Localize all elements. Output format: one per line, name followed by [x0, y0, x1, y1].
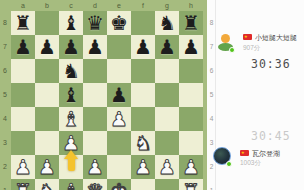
piece-white-pawn[interactable]: ♟ [107, 107, 131, 131]
square-h1[interactable]: ♜ [179, 179, 203, 190]
arrow-head-icon [64, 150, 78, 159]
file-label-d: d [83, 0, 107, 11]
square-a4[interactable] [11, 107, 35, 131]
square-c6[interactable]: ♞ [59, 59, 83, 83]
square-a2[interactable]: ♟ [11, 155, 35, 179]
online-status-dot [226, 161, 233, 168]
rank-label-left-3: 3 [0, 131, 10, 155]
white-player-rating: 1003分 [240, 159, 261, 166]
piece-white-rook[interactable]: ♜ [179, 179, 203, 190]
black-player-name: 小短腿大短腿 [255, 34, 297, 42]
black-avatar[interactable] [216, 33, 235, 53]
china-flag-icon: ★ [240, 150, 249, 156]
square-c8[interactable]: ♝ [59, 11, 83, 35]
piece-white-pawn[interactable]: ♟ [131, 155, 155, 179]
square-e3[interactable] [107, 131, 131, 155]
avatar-head-icon [221, 34, 230, 43]
square-g4[interactable] [155, 107, 179, 131]
square-c5[interactable]: ♝ [59, 83, 83, 107]
square-f7[interactable]: ♟ [131, 35, 155, 59]
square-g8[interactable]: ♞ [155, 11, 179, 35]
square-g1[interactable] [155, 179, 179, 190]
square-e6[interactable] [107, 59, 131, 83]
square-b4[interactable] [35, 107, 59, 131]
square-h7[interactable]: ♟ [179, 35, 203, 59]
white-avatar[interactable] [213, 147, 232, 167]
piece-white-rook[interactable]: ♜ [11, 179, 35, 190]
square-h3[interactable] [179, 131, 203, 155]
file-label-a: a [11, 0, 35, 11]
piece-white-knight[interactable]: ♞ [35, 179, 59, 190]
square-e2[interactable] [107, 155, 131, 179]
square-f6[interactable] [131, 59, 155, 83]
rank-label-left-5: 5 [0, 83, 10, 107]
square-h5[interactable] [179, 83, 203, 107]
piece-black-bishop[interactable]: ♝ [59, 83, 83, 107]
piece-black-pawn[interactable]: ♟ [35, 35, 59, 59]
square-e7[interactable] [107, 35, 131, 59]
square-d5[interactable] [83, 83, 107, 107]
rank-label-left-4: 4 [0, 107, 10, 131]
square-d8[interactable]: ♛ [83, 11, 107, 35]
square-f4[interactable] [131, 107, 155, 131]
online-status-dot [229, 47, 236, 54]
piece-black-king[interactable]: ♚ [107, 11, 131, 35]
square-f8[interactable] [131, 11, 155, 35]
chess-app-screen: abcdefgh 87654321 ♜♝♛♚♞♜♟♟♟♟♟♟♟♞♝♟♝♟♟♞♟♟… [0, 0, 304, 190]
piece-white-pawn[interactable]: ♟ [35, 155, 59, 179]
square-e4[interactable]: ♟ [107, 107, 131, 131]
piece-black-knight[interactable]: ♞ [155, 11, 179, 35]
square-c7[interactable]: ♟ [59, 35, 83, 59]
piece-black-bishop[interactable]: ♝ [59, 11, 83, 35]
square-e1[interactable]: ♚ [107, 179, 131, 190]
square-a5[interactable] [11, 83, 35, 107]
piece-black-rook[interactable]: ♜ [179, 11, 203, 35]
square-f2[interactable]: ♟ [131, 155, 155, 179]
square-c1[interactable]: ♝ [59, 179, 83, 190]
square-b3[interactable] [35, 131, 59, 155]
piece-black-pawn[interactable]: ♟ [59, 35, 83, 59]
player-black-row[interactable]: ★ 小短腿大短腿 907分 [207, 32, 304, 54]
square-b2[interactable]: ♟ [35, 155, 59, 179]
rank-label-left-7: 7 [0, 35, 10, 59]
china-flag-icon: ★ [243, 34, 252, 40]
square-g2[interactable]: ♟ [155, 155, 179, 179]
square-b5[interactable] [35, 83, 59, 107]
square-g3[interactable] [155, 131, 179, 155]
square-f5[interactable] [131, 83, 155, 107]
square-b1[interactable]: ♞ [35, 179, 59, 190]
piece-white-pawn[interactable]: ♟ [155, 155, 179, 179]
square-d6[interactable] [83, 59, 107, 83]
arrow-body [68, 159, 75, 171]
square-g7[interactable]: ♟ [155, 35, 179, 59]
square-h8[interactable]: ♜ [179, 11, 203, 35]
square-g6[interactable] [155, 59, 179, 83]
square-b7[interactable]: ♟ [35, 35, 59, 59]
rank-label-left-8: 8 [0, 11, 10, 35]
piece-black-pawn[interactable]: ♟ [179, 35, 203, 59]
square-a8[interactable]: ♜ [11, 11, 35, 35]
file-label-f: f [131, 0, 155, 11]
piece-black-queen[interactable]: ♛ [83, 11, 107, 35]
black-clock: 30:36 [251, 57, 291, 71]
white-player-name: 瓦尔登湖 [252, 150, 280, 158]
piece-black-pawn[interactable]: ♟ [155, 35, 179, 59]
chess-board[interactable]: ♜♝♛♚♞♜♟♟♟♟♟♟♟♞♝♟♝♟♟♞♟♟♟♟♟♟♜♞♝♛♚♜ [11, 11, 203, 190]
piece-white-bishop[interactable]: ♝ [59, 107, 83, 131]
chess-board-frame: abcdefgh 87654321 ♜♝♛♚♞♜♟♟♟♟♟♟♟♞♝♟♝♟♟♞♟♟… [0, 0, 207, 190]
square-h6[interactable] [179, 59, 203, 83]
file-label-e: e [107, 0, 131, 11]
piece-white-king[interactable]: ♚ [107, 179, 131, 190]
side-panel: 87654321 ★ 小短腿大短腿 907分 30:36 30:45 ★ 瓦尔登… [207, 0, 304, 190]
piece-white-pawn[interactable]: ♟ [179, 155, 203, 179]
piece-black-pawn[interactable]: ♟ [107, 83, 131, 107]
piece-black-knight[interactable]: ♞ [59, 59, 83, 83]
piece-white-pawn[interactable]: ♟ [11, 155, 35, 179]
square-h2[interactable]: ♟ [179, 155, 203, 179]
rank-label-left-2: 2 [0, 155, 10, 179]
square-b8[interactable] [35, 11, 59, 35]
piece-black-pawn[interactable]: ♟ [131, 35, 155, 59]
square-a6[interactable] [11, 59, 35, 83]
square-d2[interactable]: ♟ [83, 155, 107, 179]
player-white-row[interactable]: ★ 瓦尔登湖 1003分 [207, 146, 304, 168]
rank-label-left-1: 1 [0, 179, 10, 190]
file-label-b: b [35, 0, 59, 11]
piece-black-pawn[interactable]: ♟ [83, 35, 107, 59]
piece-white-queen[interactable]: ♛ [83, 179, 107, 190]
piece-white-bishop[interactable]: ♝ [59, 179, 83, 190]
square-c4[interactable]: ♝ [59, 107, 83, 131]
square-d7[interactable]: ♟ [83, 35, 107, 59]
file-label-g: g [155, 0, 179, 11]
black-player-rating: 907分 [243, 44, 260, 51]
piece-white-knight[interactable]: ♞ [131, 131, 155, 155]
square-a3[interactable] [11, 131, 35, 155]
square-a1[interactable]: ♜ [11, 179, 35, 190]
rank-label-left-6: 6 [0, 59, 10, 83]
square-d1[interactable]: ♛ [83, 179, 107, 190]
square-b6[interactable] [35, 59, 59, 83]
square-h4[interactable] [179, 107, 203, 131]
last-move-arrow [64, 150, 78, 172]
square-a7[interactable]: ♟ [11, 35, 35, 59]
white-clock: 30:45 [251, 129, 291, 143]
piece-black-pawn[interactable]: ♟ [11, 35, 35, 59]
piece-black-rook[interactable]: ♜ [11, 11, 35, 35]
piece-white-pawn[interactable]: ♟ [83, 155, 107, 179]
square-d4[interactable] [83, 107, 107, 131]
square-e5[interactable]: ♟ [107, 83, 131, 107]
square-d3[interactable] [83, 131, 107, 155]
square-f1[interactable] [131, 179, 155, 190]
square-f3[interactable]: ♞ [131, 131, 155, 155]
file-label-c: c [59, 0, 83, 11]
square-g5[interactable] [155, 83, 179, 107]
square-e8[interactable]: ♚ [107, 11, 131, 35]
file-label-h: h [179, 0, 203, 11]
